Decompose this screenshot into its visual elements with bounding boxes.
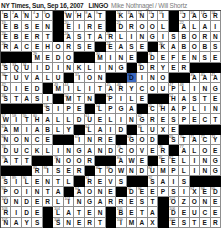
cell-r14c15[interactable]: E — [148, 145, 158, 155]
cell-r21c18[interactable]: S — [179, 218, 189, 228]
cell-r18c16[interactable]: P — [158, 187, 168, 197]
cell-r10c11[interactable]: P — [106, 104, 116, 114]
cell-r6c10[interactable]: I — [95, 63, 105, 73]
cell-r15c1[interactable]: 78A — [1, 156, 11, 166]
cell-r1c2[interactable]: 2A — [11, 11, 21, 21]
cell-r2c4[interactable]: E — [32, 21, 42, 31]
cell-r11c6[interactable]: L — [53, 114, 63, 124]
cell-r1c13[interactable]: 11A — [127, 11, 137, 21]
cell-r4c2[interactable]: A — [11, 42, 21, 52]
cell-r8c9[interactable]: I — [85, 83, 95, 93]
cell-r10c18[interactable]: P — [179, 104, 189, 114]
cell-r10c17[interactable]: A — [169, 104, 179, 114]
cell-r17c4[interactable]: E — [32, 176, 42, 186]
cell-r18c15[interactable]: E — [148, 187, 158, 197]
cell-r21c2[interactable]: A — [11, 218, 21, 228]
cell-r21c3[interactable]: Y — [22, 218, 32, 228]
cell-r12c2[interactable]: M — [11, 125, 21, 135]
cell-r3c20[interactable]: R — [200, 32, 210, 42]
cell-r19c21[interactable]: E — [211, 197, 221, 207]
cell-r12c12[interactable]: D — [116, 125, 126, 135]
cell-r14c9[interactable]: A — [85, 145, 95, 155]
cell-r14c2[interactable]: U — [11, 145, 21, 155]
cell-r18c21[interactable]: 99D — [211, 187, 221, 197]
cell-r9c20[interactable]: T — [200, 94, 210, 104]
cell-r21c4[interactable]: S — [32, 218, 42, 228]
cell-r21c10[interactable]: T — [95, 218, 105, 228]
cell-r16c11[interactable]: 86O — [106, 166, 116, 176]
cell-r15c14[interactable]: E — [137, 156, 147, 166]
cell-r19c15[interactable]: T — [148, 197, 158, 207]
cell-r20c7[interactable]: A — [64, 207, 74, 217]
cell-r8c10[interactable]: T — [95, 83, 105, 93]
cell-r11c4[interactable]: 60H — [32, 114, 42, 124]
cell-r16c8[interactable]: R — [74, 166, 84, 176]
cell-r21c1[interactable]: 107N — [1, 218, 11, 228]
cell-r4c1[interactable]: 26R — [1, 42, 11, 52]
cell-r18c4[interactable]: N — [32, 187, 42, 197]
cell-r5c17[interactable]: F — [169, 52, 179, 62]
cell-r19c8[interactable]: N — [74, 197, 84, 207]
cell-r9c17[interactable]: 52H — [169, 94, 179, 104]
cell-r20c9[interactable]: E — [85, 207, 95, 217]
cell-r2c3[interactable]: S — [22, 21, 32, 31]
cell-r19c4[interactable]: E — [32, 197, 42, 207]
cell-r12c10[interactable]: A — [95, 125, 105, 135]
cell-r10c15[interactable]: 55C — [148, 104, 158, 114]
cell-r1c9[interactable]: 8A — [85, 11, 95, 21]
cell-r4c13[interactable]: S — [127, 42, 137, 52]
cell-r18c18[interactable]: I — [179, 187, 189, 197]
cell-r15c16[interactable]: 81E — [158, 156, 168, 166]
cell-r6c16[interactable]: Y — [158, 63, 168, 73]
cell-r20c13[interactable]: E — [127, 207, 137, 217]
cell-r13c14[interactable]: O — [137, 135, 147, 145]
cell-r10c10[interactable]: 54L — [95, 104, 105, 114]
cell-r9c18[interactable]: A — [179, 94, 189, 104]
cell-r1c21[interactable]: 18R — [211, 11, 221, 21]
cell-r3c15[interactable]: G — [148, 32, 158, 42]
cell-r15c17[interactable]: 82E — [169, 156, 179, 166]
cell-r4c5[interactable]: H — [43, 42, 53, 52]
cell-r2c8[interactable]: I — [74, 21, 84, 31]
cell-r8c3[interactable]: E — [22, 83, 32, 93]
cell-r2c15[interactable]: O — [148, 21, 158, 31]
cell-r19c14[interactable]: S — [137, 197, 147, 207]
cell-r7c15[interactable]: N — [148, 73, 158, 83]
cell-r8c12[interactable]: 46R — [116, 83, 126, 93]
cell-r5c6[interactable]: D — [53, 52, 63, 62]
cell-r20c19[interactable]: U — [190, 207, 200, 217]
cell-r21c13[interactable]: M — [127, 218, 137, 228]
cell-r3c21[interactable]: N — [211, 32, 221, 42]
cell-r21c17[interactable]: 110E — [169, 218, 179, 228]
cell-r20c3[interactable]: D — [22, 207, 32, 217]
cell-r8c16[interactable]: U — [158, 83, 168, 93]
cell-r3c10[interactable]: A — [95, 32, 105, 42]
cell-r8c14[interactable]: C — [137, 83, 147, 93]
cell-r1c19[interactable]: 16A — [190, 11, 200, 21]
cell-r11c20[interactable]: C — [200, 114, 210, 124]
cell-r4c8[interactable]: S — [74, 42, 84, 52]
cell-r3c13[interactable]: I — [127, 32, 137, 42]
cell-r17c7[interactable]: L — [64, 176, 74, 186]
cell-r5c5[interactable]: E — [43, 52, 53, 62]
cell-r6c3[interactable]: 34U — [22, 63, 32, 73]
cell-r7c20[interactable]: 40A — [200, 73, 210, 83]
cell-r14c5[interactable]: L — [43, 145, 53, 155]
cell-r12c5[interactable]: B — [43, 125, 53, 135]
cell-r14c4[interactable]: K — [32, 145, 42, 155]
cell-r18c6[interactable]: A — [53, 187, 63, 197]
cell-r17c17[interactable]: I — [169, 176, 179, 186]
cell-r17c12[interactable]: S — [116, 176, 126, 186]
cell-r20c2[interactable]: I — [11, 207, 21, 217]
cell-r15c6[interactable]: 79N — [53, 156, 63, 166]
cell-r21c14[interactable]: A — [137, 218, 147, 228]
cell-r3c5[interactable]: T — [43, 32, 53, 42]
cell-r5c16[interactable]: E — [158, 52, 168, 62]
cell-r6c5[interactable]: D — [43, 63, 53, 73]
cell-r15c8[interactable]: O — [74, 156, 84, 166]
cell-r21c7[interactable]: N — [64, 218, 74, 228]
cell-r10c21[interactable]: N — [211, 104, 221, 114]
cell-r3c4[interactable]: R — [32, 32, 42, 42]
cell-r1c10[interactable]: 9T — [95, 11, 105, 21]
cell-r10c5[interactable]: 53S — [43, 104, 53, 114]
cell-r10c12[interactable]: G — [116, 104, 126, 114]
cell-r5c4[interactable]: 29M — [32, 52, 42, 62]
cell-r6c15[interactable]: R — [148, 63, 158, 73]
cell-r14c21[interactable]: E — [211, 145, 221, 155]
cell-r17c3[interactable]: 90L — [22, 176, 32, 186]
cell-r19c7[interactable]: 101I — [64, 197, 74, 207]
cell-r14c20[interactable]: O — [200, 145, 210, 155]
cell-r16c7[interactable]: E — [64, 166, 74, 176]
cell-r21c6[interactable]: 108S — [53, 218, 63, 228]
cell-r8c19[interactable]: I — [190, 83, 200, 93]
cell-r8c21[interactable]: G — [211, 83, 221, 93]
cell-r6c11[interactable]: N — [106, 63, 116, 73]
cell-r8c6[interactable]: 43M — [53, 83, 63, 93]
cell-r4c19[interactable]: O — [190, 42, 200, 52]
cell-r7c3[interactable]: V — [22, 73, 32, 83]
cell-r4c16[interactable]: 28K — [158, 42, 168, 52]
cell-r20c14[interactable]: T — [137, 207, 147, 217]
cell-r16c4[interactable]: 83R — [32, 166, 42, 176]
cell-r8c13[interactable]: Y — [127, 83, 137, 93]
cell-r14c11[interactable]: D — [106, 145, 116, 155]
cell-r12c9[interactable]: 64L — [85, 125, 95, 135]
cell-r15c18[interactable]: L — [179, 156, 189, 166]
cell-r14c3[interactable]: C — [22, 145, 32, 155]
cell-r7c5[interactable]: L — [43, 73, 53, 83]
cell-r11c19[interactable]: E — [190, 114, 200, 124]
cell-r4c12[interactable]: A — [116, 42, 126, 52]
cell-r7c16[interactable]: O — [158, 73, 168, 83]
cell-r13c21[interactable]: 73Y — [211, 135, 221, 145]
cell-r2c10[interactable]: E — [95, 21, 105, 31]
cell-r7c10[interactable]: N — [95, 73, 105, 83]
cell-r15c2[interactable]: T — [11, 156, 21, 166]
cell-r13c4[interactable]: C — [32, 135, 42, 145]
cell-r19c11[interactable]: R — [106, 197, 116, 207]
cell-r21c9[interactable]: R — [85, 218, 95, 228]
cell-r14c13[interactable]: O — [127, 145, 137, 155]
cell-r2c19[interactable]: L — [190, 21, 200, 31]
cell-r16c19[interactable]: I — [190, 166, 200, 176]
cell-r7c21[interactable]: 41A — [211, 73, 221, 83]
cell-r15c12[interactable]: 80A — [116, 156, 126, 166]
cell-r17c2[interactable]: 89I — [11, 176, 21, 186]
cell-r3c12[interactable]: L — [116, 32, 126, 42]
cell-r6c9[interactable]: L — [85, 63, 95, 73]
cell-r1c3[interactable]: 3N — [22, 11, 32, 21]
cell-r7c8[interactable]: 37I — [74, 73, 84, 83]
cell-r1c14[interactable]: 12N — [137, 11, 147, 21]
cell-r11c17[interactable]: S — [169, 114, 179, 124]
cell-r13c11[interactable]: E — [106, 135, 116, 145]
cell-r16c20[interactable]: N — [200, 166, 210, 176]
cell-r4c9[interactable]: E — [85, 42, 95, 52]
cell-r1c5[interactable]: 5O — [43, 11, 53, 21]
cell-r15c3[interactable]: T — [22, 156, 32, 166]
cell-r17c18[interactable]: S — [179, 176, 189, 186]
cell-r12c15[interactable]: U — [148, 125, 158, 135]
cell-r10c7[interactable]: P — [64, 104, 74, 114]
cell-r5c13[interactable]: E — [127, 52, 137, 62]
cell-r11c13[interactable]: N — [127, 114, 137, 124]
cell-r9c12[interactable]: I — [116, 94, 126, 104]
cell-r8c20[interactable]: N — [200, 83, 210, 93]
cell-r8c4[interactable]: D — [32, 83, 42, 93]
cell-r13c19[interactable]: 71A — [190, 135, 200, 145]
cell-r17c10[interactable]: E — [95, 176, 105, 186]
cell-r11c18[interactable]: P — [179, 114, 189, 124]
cell-r4c3[interactable]: C — [22, 42, 32, 52]
cell-r3c17[interactable]: S — [169, 32, 179, 42]
cell-r2c20[interactable]: A — [200, 21, 210, 31]
cell-r4c18[interactable]: B — [179, 42, 189, 52]
cell-r3c3[interactable]: E — [22, 32, 32, 42]
cell-r18c2[interactable]: O — [11, 187, 21, 197]
cell-r18c11[interactable]: E — [106, 187, 116, 197]
cell-r16c21[interactable]: G — [211, 166, 221, 176]
cell-r13c8[interactable]: 67I — [74, 135, 84, 145]
cell-r10c20[interactable]: I — [200, 104, 210, 114]
cell-r9c2[interactable]: T — [11, 94, 21, 104]
cell-r2c5[interactable]: N — [43, 21, 53, 31]
cell-r15c21[interactable]: G — [211, 156, 221, 166]
cell-r11c2[interactable]: 58I — [11, 114, 21, 124]
cell-r11c10[interactable]: E — [95, 114, 105, 124]
cell-r12c14[interactable]: 65L — [137, 125, 147, 135]
cell-r12c7[interactable]: Y — [64, 125, 74, 135]
cell-r9c8[interactable]: T — [74, 94, 84, 104]
cell-r6c17[interactable]: E — [169, 63, 179, 73]
cell-r6c7[interactable]: N — [64, 63, 74, 73]
cell-r16c16[interactable]: M — [158, 166, 168, 176]
cell-r18c10[interactable]: N — [95, 187, 105, 197]
cell-r9c11[interactable]: 51P — [106, 94, 116, 104]
cell-r18c13[interactable]: 95D — [127, 187, 137, 197]
cell-r16c14[interactable]: D — [137, 166, 147, 176]
cell-r18c3[interactable]: I — [22, 187, 32, 197]
cell-r20c21[interactable]: E — [211, 207, 221, 217]
cell-r18c14[interactable]: 96E — [137, 187, 147, 197]
cell-r16c6[interactable]: S — [53, 166, 63, 176]
cell-r3c19[interactable]: O — [190, 32, 200, 42]
cell-r11c15[interactable]: R — [148, 114, 158, 124]
cell-r14c10[interactable]: N — [95, 145, 105, 155]
cell-r11c16[interactable]: E — [158, 114, 168, 124]
cell-r2c12[interactable]: 21D — [116, 21, 126, 31]
cell-r6c4[interactable]: I — [32, 63, 42, 73]
cell-r7c19[interactable]: 39A — [190, 73, 200, 83]
cell-r21c15[interactable]: X — [148, 218, 158, 228]
cell-r3c18[interactable]: B — [179, 32, 189, 42]
cell-r4c20[interactable]: B — [200, 42, 210, 52]
cell-r3c14[interactable]: N — [137, 32, 147, 42]
cell-r12c11[interactable]: I — [106, 125, 116, 135]
cell-r17c6[interactable]: T — [53, 176, 63, 186]
cell-r2c18[interactable]: 22A — [179, 21, 189, 31]
cell-r1c15[interactable]: 13J — [148, 11, 158, 21]
cell-r4c11[interactable]: 27E — [106, 42, 116, 52]
cell-r9c4[interactable]: S — [32, 94, 42, 104]
cell-r9c21[interactable]: E — [211, 94, 221, 104]
cell-r19c13[interactable]: E — [127, 197, 137, 207]
cell-r11c12[interactable]: I — [116, 114, 126, 124]
cell-r19c18[interactable]: Z — [179, 197, 189, 207]
cell-r7c4[interactable]: A — [32, 73, 42, 83]
cell-r1c16[interactable]: 14I — [158, 11, 168, 21]
cell-r11c3[interactable]: 59T — [22, 114, 32, 124]
cell-r4c21[interactable]: S — [211, 42, 221, 52]
cell-r17c9[interactable]: 91R — [85, 176, 95, 186]
cell-r8c18[interactable]: 48L — [179, 83, 189, 93]
cell-r12c4[interactable]: A — [32, 125, 42, 135]
cell-r21c12[interactable]: 109I — [116, 218, 126, 228]
cell-r16c5[interactable]: 84I — [43, 166, 53, 176]
cell-r14c7[interactable]: N — [64, 145, 74, 155]
cell-r3c9[interactable]: T — [85, 32, 95, 42]
cell-r16c10[interactable]: 85T — [95, 166, 105, 176]
cell-r19c9[interactable]: G — [85, 197, 95, 207]
cell-r19c3[interactable]: D — [22, 197, 32, 207]
cell-r8c15[interactable]: O — [148, 83, 158, 93]
cell-r13c9[interactable]: N — [85, 135, 95, 145]
cell-r13c15[interactable]: D — [148, 135, 158, 145]
cell-r16c17[interactable]: P — [169, 166, 179, 176]
cell-r15c9[interactable]: R — [85, 156, 95, 166]
cell-r13c17[interactable]: 69S — [169, 135, 179, 145]
cell-r4c17[interactable]: A — [169, 42, 179, 52]
cell-r4c14[interactable]: E — [137, 42, 147, 52]
cell-r2c16[interactable]: L — [158, 21, 168, 31]
cell-r12c16[interactable]: X — [158, 125, 168, 135]
cell-r14c8[interactable]: G — [74, 145, 84, 155]
cell-r19c10[interactable]: A — [95, 197, 105, 207]
cell-r5c10[interactable]: 30M — [95, 52, 105, 62]
cell-r18c19[interactable]: 97X — [190, 187, 200, 197]
cell-r19c20[interactable]: N — [200, 197, 210, 207]
cell-r17c5[interactable]: N — [43, 176, 53, 186]
cell-r14c14[interactable]: V — [137, 145, 147, 155]
cell-r9c1[interactable]: 49S — [1, 94, 11, 104]
cell-r6c18[interactable]: R — [179, 63, 189, 73]
cell-r5c15[interactable]: 31D — [148, 52, 158, 62]
cell-r9c7[interactable]: 50M — [64, 94, 74, 104]
cell-r16c13[interactable]: N — [127, 166, 137, 176]
cell-r21c20[interactable]: E — [200, 218, 210, 228]
cell-r11c8[interactable]: D — [74, 114, 84, 124]
cell-r2c13[interactable]: R — [127, 21, 137, 31]
cell-r7c14[interactable]: I — [137, 73, 147, 83]
cell-r13c3[interactable]: N — [22, 135, 32, 145]
cell-r7c13[interactable]: 38D — [127, 73, 137, 83]
cell-r18c8[interactable]: 94A — [74, 187, 84, 197]
cell-r2c21[interactable]: I — [211, 21, 221, 31]
cell-r18c5[interactable]: T — [43, 187, 53, 197]
cell-r9c13[interactable]: L — [127, 94, 137, 104]
cell-r4c6[interactable]: O — [53, 42, 63, 52]
cell-r20c4[interactable]: E — [32, 207, 42, 217]
cell-r17c16[interactable]: A — [158, 176, 168, 186]
cell-r13c10[interactable]: R — [95, 135, 105, 145]
cell-r5c7[interactable]: O — [64, 52, 74, 62]
cell-r6c2[interactable]: 33Q — [11, 63, 21, 73]
cell-r7c2[interactable]: U — [11, 73, 21, 83]
cell-r10c13[interactable]: A — [127, 104, 137, 114]
cell-r5c21[interactable]: E — [211, 52, 221, 62]
cell-r20c8[interactable]: T — [74, 207, 84, 217]
cell-r1c8[interactable]: 7H — [74, 11, 84, 21]
cell-r2c9[interactable]: R — [85, 21, 95, 31]
cell-r21c19[interactable]: T — [190, 218, 200, 228]
cell-r10c19[interactable]: L — [190, 104, 200, 114]
cell-r16c12[interactable]: W — [116, 166, 126, 176]
cell-r13c2[interactable]: O — [11, 135, 21, 145]
cell-r3c7[interactable]: 24A — [64, 32, 74, 42]
cell-r5c18[interactable]: E — [179, 52, 189, 62]
cell-r2c2[interactable]: B — [11, 21, 21, 31]
cell-r20c15[interactable]: A — [148, 207, 158, 217]
cell-r15c13[interactable]: W — [127, 156, 137, 166]
cell-r19c19[interactable]: O — [190, 197, 200, 207]
cell-r12c6[interactable]: L — [53, 125, 63, 135]
cell-r13c13[interactable]: 68G — [127, 135, 137, 145]
cell-r14c19[interactable]: L — [190, 145, 200, 155]
cell-r5c11[interactable]: I — [106, 52, 116, 62]
cell-r21c8[interactable]: E — [74, 218, 84, 228]
cell-r21c21[interactable]: R — [211, 218, 221, 228]
cell-r13c20[interactable]: 72C — [200, 135, 210, 145]
cell-r18c20[interactable]: 98E — [200, 187, 210, 197]
cell-r3c2[interactable]: B — [11, 32, 21, 42]
cell-r15c19[interactable]: I — [190, 156, 200, 166]
cell-r20c10[interactable]: N — [95, 207, 105, 217]
cell-r13c5[interactable]: E — [43, 135, 53, 145]
cell-r6c12[interactable]: G — [116, 63, 126, 73]
cell-r19c5[interactable]: R — [43, 197, 53, 207]
cell-r19c2[interactable]: N — [11, 197, 21, 207]
cell-r17c15[interactable]: 92S — [148, 176, 158, 186]
cell-r20c20[interactable]: C — [200, 207, 210, 217]
cell-r9c14[interactable]: E — [137, 94, 147, 104]
cell-r1c4[interactable]: 4J — [32, 11, 42, 21]
cell-r7c9[interactable]: O — [85, 73, 95, 83]
